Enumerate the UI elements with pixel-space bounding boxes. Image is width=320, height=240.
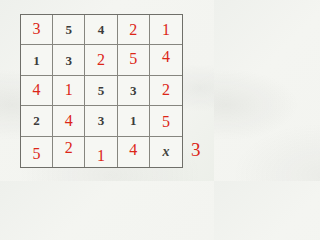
digit-glyph: 3 (98, 114, 105, 127)
grid-cell-r2c5: 4 (150, 45, 182, 75)
grid-cell-r4c3: 3 (85, 106, 117, 136)
puzzle-grid: 354211325441532243155214x (20, 14, 183, 168)
answer-value: 3 (191, 137, 211, 163)
grid-cell-r5c2: 2 (53, 137, 85, 167)
grid-cell-r1c1: 3 (21, 15, 53, 45)
grid-cell-r4c4: 1 (118, 106, 150, 136)
grid-cell-r2c1: 1 (21, 45, 53, 75)
digit-glyph: 5 (98, 84, 105, 97)
unknown-x-glyph: x (162, 145, 169, 159)
grid-cell-r2c4: 5 (118, 45, 150, 75)
grid-cell-r3c2: 1 (53, 76, 85, 106)
digit-glyph: 5 (33, 146, 41, 162)
digit-glyph: 2 (97, 52, 105, 68)
grid-cell-r3c5: 2 (150, 76, 182, 106)
grid-cell-r3c4: 3 (118, 76, 150, 106)
grid-cell-r5c3: 1 (85, 137, 117, 167)
grid-cell-r1c3: 4 (85, 15, 117, 45)
digit-glyph: 2 (33, 114, 40, 127)
grid-cell-r4c5: 5 (150, 106, 182, 136)
grid-cell-r5c5: x (150, 137, 182, 167)
grid-cell-r1c4: 2 (118, 15, 150, 45)
scanned-puzzle-page: { "game": "latin-square-find-x", "positi… (0, 0, 214, 181)
grid-cell-r2c2: 3 (53, 45, 85, 75)
digit-glyph: 2 (65, 140, 73, 156)
digit-glyph: 1 (162, 22, 170, 38)
digit-glyph: 3 (66, 54, 73, 67)
digit-glyph: 3 (33, 21, 41, 37)
digit-glyph: 3 (130, 84, 137, 97)
grid-cell-r2c3: 2 (85, 45, 117, 75)
digit-glyph: 1 (97, 148, 105, 164)
digit-glyph: 4 (98, 23, 105, 36)
grid-cell-r3c1: 4 (21, 76, 53, 106)
digit-glyph: 5 (162, 114, 170, 130)
grid-cell-r1c5: 1 (150, 15, 182, 45)
digit-glyph: 4 (129, 142, 137, 158)
digit-glyph: 5 (66, 23, 73, 36)
digit-glyph: 2 (162, 82, 170, 98)
grid-cell-r4c2: 4 (53, 106, 85, 136)
grid-cell-r5c1: 5 (21, 137, 53, 167)
grid-cell-r4c1: 2 (21, 106, 53, 136)
digit-glyph: 5 (129, 51, 137, 67)
digit-glyph: 4 (162, 49, 170, 65)
digit-glyph: 2 (129, 22, 137, 38)
digit-glyph: 4 (65, 113, 73, 129)
digit-glyph: 1 (130, 114, 137, 127)
grid-cell-r3c3: 5 (85, 76, 117, 106)
digit-glyph: 1 (65, 82, 73, 98)
digit-glyph: 4 (33, 82, 41, 98)
grid-cell-r5c4: 4 (118, 137, 150, 167)
grid-cell-r1c2: 5 (53, 15, 85, 45)
digit-glyph: 1 (33, 54, 40, 67)
